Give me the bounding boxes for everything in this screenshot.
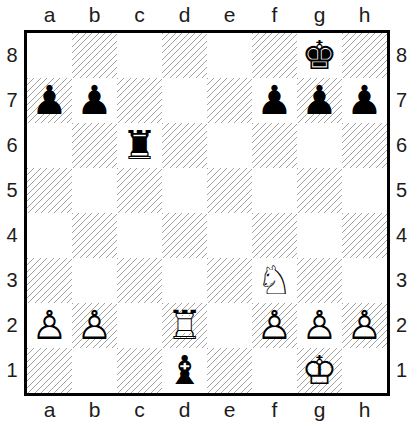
piece-white-knight[interactable]: ♘: [252, 258, 297, 303]
chess-board: ♚♟♟♟♟♟♜♞♘♟♙♟♙♜♖♟♙♟♙♟♙♝♚♔: [24, 30, 390, 396]
square-c7[interactable]: [117, 78, 162, 123]
file-label-a: a: [27, 396, 72, 422]
rank-label-7: 7: [390, 78, 413, 123]
square-e7[interactable]: [207, 78, 252, 123]
piece-white-pawn[interactable]: ♙: [27, 303, 72, 348]
file-label-g: g: [297, 396, 342, 422]
square-f2[interactable]: ♟♙: [252, 303, 297, 348]
square-a3[interactable]: [27, 258, 72, 303]
square-d4[interactable]: [162, 213, 207, 258]
square-g5[interactable]: [297, 168, 342, 213]
file-label-d: d: [162, 0, 207, 30]
square-a8[interactable]: [27, 33, 72, 78]
rank-label-4: 4: [390, 213, 413, 258]
square-c5[interactable]: [117, 168, 162, 213]
piece-white-pawn[interactable]: ♙: [72, 303, 117, 348]
square-h4[interactable]: [342, 213, 387, 258]
square-d2[interactable]: ♜♖: [162, 303, 207, 348]
file-label-e: e: [207, 396, 252, 422]
square-f6[interactable]: [252, 123, 297, 168]
piece-white-pawn[interactable]: ♙: [252, 303, 297, 348]
rank-labels-right: 87654321: [390, 30, 413, 396]
piece-white-pawn[interactable]: ♙: [342, 303, 387, 348]
file-label-b: b: [72, 0, 117, 30]
piece-black-pawn[interactable]: ♟: [297, 78, 342, 123]
square-c8[interactable]: [117, 33, 162, 78]
rank-label-6: 6: [0, 123, 24, 168]
file-label-f: f: [252, 0, 297, 30]
square-e5[interactable]: [207, 168, 252, 213]
piece-black-pawn[interactable]: ♟: [342, 78, 387, 123]
corner-bottom-right: [390, 396, 413, 422]
square-b7[interactable]: ♟: [72, 78, 117, 123]
square-e4[interactable]: [207, 213, 252, 258]
file-label-f: f: [252, 396, 297, 422]
square-h8[interactable]: [342, 33, 387, 78]
file-label-h: h: [342, 0, 387, 30]
square-g4[interactable]: [297, 213, 342, 258]
file-label-b: b: [72, 396, 117, 422]
piece-white-rook[interactable]: ♖: [162, 303, 207, 348]
rank-label-7: 7: [0, 78, 24, 123]
square-h2[interactable]: ♟♙: [342, 303, 387, 348]
rank-label-8: 8: [390, 33, 413, 78]
square-g7[interactable]: ♟: [297, 78, 342, 123]
file-labels-top: abcdefgh: [24, 0, 390, 30]
square-b4[interactable]: [72, 213, 117, 258]
square-f4[interactable]: [252, 213, 297, 258]
square-a4[interactable]: [27, 213, 72, 258]
square-g6[interactable]: [297, 123, 342, 168]
square-b3[interactable]: [72, 258, 117, 303]
square-a2[interactable]: ♟♙: [27, 303, 72, 348]
square-e3[interactable]: [207, 258, 252, 303]
rank-label-5: 5: [390, 168, 413, 213]
square-f1[interactable]: [252, 348, 297, 393]
file-label-c: c: [117, 396, 162, 422]
file-labels-bottom: abcdefgh: [24, 396, 390, 422]
rank-label-3: 3: [0, 258, 24, 303]
piece-white-pawn[interactable]: ♙: [297, 303, 342, 348]
square-f8[interactable]: [252, 33, 297, 78]
square-h3[interactable]: [342, 258, 387, 303]
piece-black-pawn[interactable]: ♟: [27, 78, 72, 123]
corner-top-right: [390, 0, 413, 30]
rank-label-1: 1: [390, 348, 413, 393]
square-e6[interactable]: [207, 123, 252, 168]
piece-black-bishop[interactable]: ♝: [162, 348, 207, 393]
square-d5[interactable]: [162, 168, 207, 213]
square-c1[interactable]: [117, 348, 162, 393]
rank-label-4: 4: [0, 213, 24, 258]
square-h7[interactable]: ♟: [342, 78, 387, 123]
square-b8[interactable]: [72, 33, 117, 78]
corner-top-left: [0, 0, 24, 30]
square-e1[interactable]: [207, 348, 252, 393]
square-c6[interactable]: ♜: [117, 123, 162, 168]
square-c3[interactable]: [117, 258, 162, 303]
rank-label-2: 2: [0, 303, 24, 348]
square-a6[interactable]: [27, 123, 72, 168]
rank-label-3: 3: [390, 258, 413, 303]
square-a1[interactable]: [27, 348, 72, 393]
chess-diagram: abcdefgh 87654321 ♚♟♟♟♟♟♜♞♘♟♙♟♙♜♖♟♙♟♙♟♙♝…: [0, 0, 413, 422]
file-label-a: a: [27, 0, 72, 30]
file-label-c: c: [117, 0, 162, 30]
square-h1[interactable]: [342, 348, 387, 393]
rank-label-1: 1: [0, 348, 24, 393]
square-a5[interactable]: [27, 168, 72, 213]
square-d3[interactable]: [162, 258, 207, 303]
square-g8[interactable]: ♚: [297, 33, 342, 78]
piece-black-king[interactable]: ♚: [297, 33, 342, 78]
square-f5[interactable]: [252, 168, 297, 213]
square-d7[interactable]: [162, 78, 207, 123]
square-d6[interactable]: [162, 123, 207, 168]
square-g2[interactable]: ♟♙: [297, 303, 342, 348]
file-label-g: g: [297, 0, 342, 30]
rank-labels-left: 87654321: [0, 30, 24, 396]
rank-label-5: 5: [0, 168, 24, 213]
file-label-h: h: [342, 396, 387, 422]
square-e2[interactable]: [207, 303, 252, 348]
file-label-e: e: [207, 0, 252, 30]
square-g3[interactable]: [297, 258, 342, 303]
square-d8[interactable]: [162, 33, 207, 78]
square-b2[interactable]: ♟♙: [72, 303, 117, 348]
square-b5[interactable]: [72, 168, 117, 213]
square-h5[interactable]: [342, 168, 387, 213]
square-f3[interactable]: ♞♘: [252, 258, 297, 303]
square-h6[interactable]: [342, 123, 387, 168]
rank-label-6: 6: [390, 123, 413, 168]
file-label-d: d: [162, 396, 207, 422]
square-d1[interactable]: ♝: [162, 348, 207, 393]
square-b6[interactable]: [72, 123, 117, 168]
piece-black-pawn[interactable]: ♟: [72, 78, 117, 123]
rank-label-2: 2: [390, 303, 413, 348]
piece-black-rook[interactable]: ♜: [117, 123, 162, 168]
square-a7[interactable]: ♟: [27, 78, 72, 123]
corner-bottom-left: [0, 396, 24, 422]
piece-black-pawn[interactable]: ♟: [252, 78, 297, 123]
square-f7[interactable]: ♟: [252, 78, 297, 123]
square-g1[interactable]: ♚♔: [297, 348, 342, 393]
piece-white-king[interactable]: ♔: [297, 348, 342, 393]
square-c2[interactable]: [117, 303, 162, 348]
square-b1[interactable]: [72, 348, 117, 393]
square-c4[interactable]: [117, 213, 162, 258]
square-e8[interactable]: [207, 33, 252, 78]
rank-label-8: 8: [0, 33, 24, 78]
